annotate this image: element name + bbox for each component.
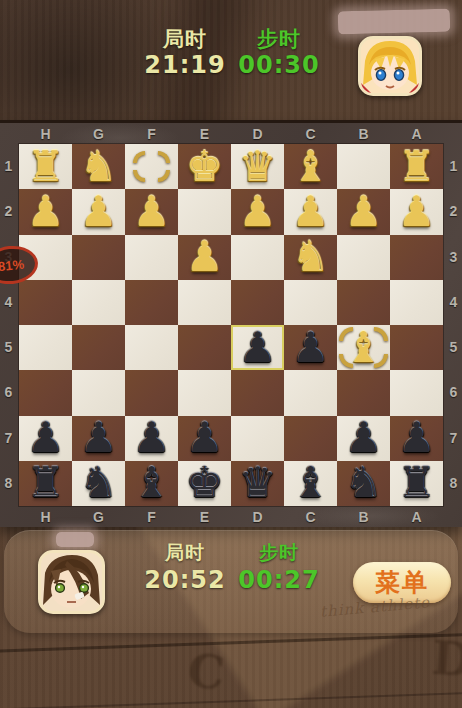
- white-p-piece: ♟: [292, 191, 330, 233]
- square-a4[interactable]: [390, 280, 443, 325]
- bottom-move-time-value: 00:27: [237, 566, 321, 594]
- square-a7[interactable]: ♟: [390, 416, 443, 461]
- square-c8[interactable]: ♝: [284, 461, 337, 506]
- square-d5[interactable]: ♟: [231, 325, 284, 370]
- rank-label-8: 8: [446, 461, 461, 506]
- rank-label-5: 5: [446, 325, 461, 370]
- square-f1[interactable]: [125, 144, 178, 189]
- square-b5[interactable]: ♝: [337, 325, 390, 370]
- white-p-piece: ♟: [133, 191, 171, 233]
- square-c5[interactable]: ♟: [284, 325, 337, 370]
- rank-label-2: 2: [446, 189, 461, 234]
- rank-label-7: 7: [446, 416, 461, 461]
- white-p-piece: ♟: [398, 191, 436, 233]
- file-label-h: H: [19, 508, 72, 526]
- square-h1[interactable]: ♜: [19, 144, 72, 189]
- square-e1[interactable]: ♚: [178, 144, 231, 189]
- bottom-player-name-blurred: [56, 532, 94, 547]
- white-p-piece: ♟: [80, 191, 118, 233]
- square-a5[interactable]: [390, 325, 443, 370]
- square-a3[interactable]: [390, 235, 443, 280]
- top-move-time-value: 00:30: [237, 51, 321, 79]
- square-a8[interactable]: ♜: [390, 461, 443, 506]
- black-p-piece: ♟: [239, 327, 277, 369]
- file-label-b: B: [337, 125, 390, 143]
- square-h2[interactable]: ♟: [19, 189, 72, 234]
- black-n-piece: ♞: [345, 462, 383, 504]
- square-b4[interactable]: [337, 280, 390, 325]
- file-label-h: H: [19, 125, 72, 143]
- last-move-to-marker: [337, 325, 390, 370]
- file-label-e: E: [178, 125, 231, 143]
- square-d3[interactable]: [231, 235, 284, 280]
- square-f5[interactable]: [125, 325, 178, 370]
- square-b1[interactable]: [337, 144, 390, 189]
- square-d6[interactable]: [231, 370, 284, 415]
- square-d7[interactable]: [231, 416, 284, 461]
- square-e4[interactable]: [178, 280, 231, 325]
- square-b3[interactable]: [337, 235, 390, 280]
- rank-label-1: 1: [1, 144, 16, 189]
- black-p-piece: ♟: [186, 417, 224, 459]
- file-label-g: G: [72, 125, 125, 143]
- top-player-avatar[interactable]: [358, 36, 422, 96]
- wood-carved-letter-d: D: [430, 631, 462, 688]
- white-n-piece: ♞: [292, 236, 330, 278]
- square-g1[interactable]: ♞: [72, 144, 125, 189]
- white-n-piece: ♞: [80, 146, 118, 188]
- white-b-piece: ♝: [292, 146, 330, 188]
- white-p-piece: ♟: [186, 236, 224, 278]
- file-label-c: C: [284, 125, 337, 143]
- square-h6[interactable]: [19, 370, 72, 415]
- white-r-piece: ♜: [398, 146, 436, 188]
- file-label-d: D: [231, 508, 284, 526]
- square-h8[interactable]: ♜: [19, 461, 72, 506]
- square-e8[interactable]: ♚: [178, 461, 231, 506]
- black-r-piece: ♜: [398, 462, 436, 504]
- square-c3[interactable]: ♞: [284, 235, 337, 280]
- square-g8[interactable]: ♞: [72, 461, 125, 506]
- rank-label-8: 8: [1, 461, 16, 506]
- board-grid: ♜♞♚♛♝♜♟♟♟♟♟♟♟♟♞♟♟♝♟♟♟♟♟♟♜♞♝♚♛♝♞♜: [19, 144, 443, 506]
- square-h5[interactable]: [19, 325, 72, 370]
- square-c4[interactable]: [284, 280, 337, 325]
- square-e5[interactable]: [178, 325, 231, 370]
- square-c7[interactable]: [284, 416, 337, 461]
- square-b8[interactable]: ♞: [337, 461, 390, 506]
- file-label-a: A: [390, 125, 443, 143]
- wood-plank-line: [0, 691, 462, 708]
- rank-label-6: 6: [1, 370, 16, 415]
- square-c6[interactable]: [284, 370, 337, 415]
- square-e7[interactable]: ♟: [178, 416, 231, 461]
- blonde-character-icon: [361, 39, 419, 93]
- top-game-time-value: 21:19: [143, 51, 227, 79]
- top-game-time-label: 局时: [150, 25, 220, 53]
- black-k-piece: ♚: [186, 462, 224, 504]
- bottom-move-time-label: 步时: [244, 540, 314, 566]
- file-label-f: F: [125, 125, 178, 143]
- white-p-piece: ♟: [345, 191, 383, 233]
- square-a2[interactable]: ♟: [390, 189, 443, 234]
- rank-label-7: 7: [1, 416, 16, 461]
- square-e3[interactable]: ♟: [178, 235, 231, 280]
- square-f6[interactable]: [125, 370, 178, 415]
- white-k-piece: ♚: [186, 146, 224, 188]
- brunette-character-icon: [41, 553, 102, 611]
- last-move-from-marker: [125, 144, 178, 189]
- square-f7[interactable]: ♟: [125, 416, 178, 461]
- black-r-piece: ♜: [27, 462, 65, 504]
- file-label-e: E: [178, 508, 231, 526]
- black-p-piece: ♟: [292, 327, 330, 369]
- square-g5[interactable]: [72, 325, 125, 370]
- rank-label-6: 6: [446, 370, 461, 415]
- app-screen: C D 局时 步时 21:19 00:30 ♜♞♚♛♝♜♟♟: [0, 0, 462, 708]
- black-p-piece: ♟: [398, 417, 436, 459]
- square-f8[interactable]: ♝: [125, 461, 178, 506]
- white-p-piece: ♟: [27, 191, 65, 233]
- square-f3[interactable]: [125, 235, 178, 280]
- file-label-f: F: [125, 508, 178, 526]
- black-b-piece: ♝: [292, 462, 330, 504]
- rank-label-2: 2: [1, 189, 16, 234]
- square-g4[interactable]: [72, 280, 125, 325]
- square-e2[interactable]: [178, 189, 231, 234]
- file-label-a: A: [390, 508, 443, 526]
- bottom-player-avatar[interactable]: [38, 550, 105, 614]
- black-p-piece: ♟: [27, 417, 65, 459]
- chess-board: ♜♞♚♛♝♜♟♟♟♟♟♟♟♟♞♟♟♝♟♟♟♟♟♟♜♞♝♚♛♝♞♜ HGFEDCB…: [0, 120, 462, 527]
- rank-label-4: 4: [1, 280, 16, 325]
- rank-label-4: 4: [446, 280, 461, 325]
- square-g6[interactable]: [72, 370, 125, 415]
- square-d4[interactable]: [231, 280, 284, 325]
- file-label-g: G: [72, 508, 125, 526]
- square-h7[interactable]: ♟: [19, 416, 72, 461]
- rank-label-1: 1: [446, 144, 461, 189]
- square-c1[interactable]: ♝: [284, 144, 337, 189]
- black-p-piece: ♟: [80, 417, 118, 459]
- black-b-piece: ♝: [133, 462, 171, 504]
- square-b7[interactable]: ♟: [337, 416, 390, 461]
- black-n-piece: ♞: [80, 462, 118, 504]
- file-label-b: B: [337, 508, 390, 526]
- white-r-piece: ♜: [27, 146, 65, 188]
- square-d8[interactable]: ♛: [231, 461, 284, 506]
- square-b2[interactable]: ♟: [337, 189, 390, 234]
- wood-carved-letter-c: C: [185, 643, 227, 701]
- square-g7[interactable]: ♟: [72, 416, 125, 461]
- square-g3[interactable]: [72, 235, 125, 280]
- file-label-d: D: [231, 125, 284, 143]
- rank-label-5: 5: [1, 325, 16, 370]
- black-p-piece: ♟: [345, 417, 383, 459]
- white-q-piece: ♛: [239, 146, 277, 188]
- black-q-piece: ♛: [239, 462, 277, 504]
- square-e6[interactable]: [178, 370, 231, 415]
- square-c2[interactable]: ♟: [284, 189, 337, 234]
- bottom-game-time-value: 20:52: [143, 566, 227, 594]
- white-p-piece: ♟: [239, 191, 277, 233]
- white-b-piece: ♝: [345, 327, 383, 369]
- square-a6[interactable]: [390, 370, 443, 415]
- file-label-c: C: [284, 508, 337, 526]
- square-h4[interactable]: [19, 280, 72, 325]
- square-f4[interactable]: [125, 280, 178, 325]
- square-d1[interactable]: ♛: [231, 144, 284, 189]
- square-g2[interactable]: ♟: [72, 189, 125, 234]
- square-a1[interactable]: ♜: [390, 144, 443, 189]
- square-d2[interactable]: ♟: [231, 189, 284, 234]
- square-f2[interactable]: ♟: [125, 189, 178, 234]
- black-p-piece: ♟: [133, 417, 171, 459]
- top-move-time-label: 步时: [244, 25, 314, 53]
- square-b6[interactable]: [337, 370, 390, 415]
- bottom-game-time-label: 局时: [150, 540, 220, 566]
- top-player-name-blurred: [338, 9, 451, 35]
- rank-label-3: 3: [446, 235, 461, 280]
